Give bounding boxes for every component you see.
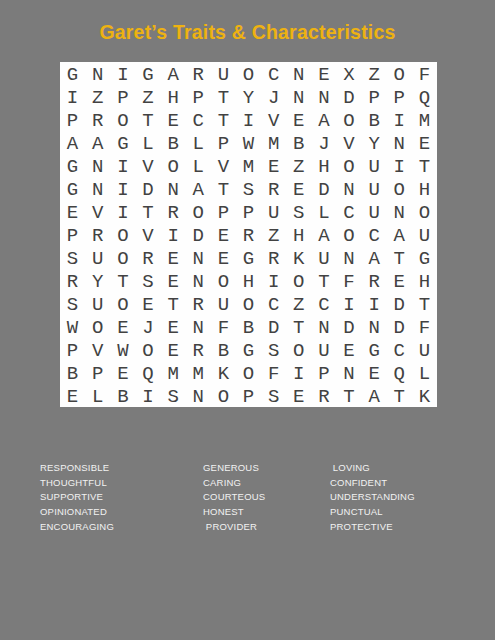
grid-cell-r14c6: M: [186, 361, 211, 384]
grid-cell-r10c12: F: [336, 269, 361, 292]
grid-cell-r2c1: I: [60, 85, 85, 108]
grid-cell-r12c13: N: [362, 315, 387, 338]
grid-cell-r15c11: R: [311, 384, 336, 407]
grid-cell-r12c6: N: [186, 315, 211, 338]
grid-cell-r1c6: R: [186, 62, 211, 85]
grid-cell-r11c11: C: [311, 292, 336, 315]
grid-cell-r13c12: E: [336, 338, 361, 361]
grid-cell-r12c5: E: [161, 315, 186, 338]
grid-cell-r10c4: S: [135, 269, 160, 292]
grid-cell-r12c8: B: [236, 315, 261, 338]
grid-cell-r14c9: F: [261, 361, 286, 384]
grid-cell-r11c13: I: [362, 292, 387, 315]
grid-cell-r5c10: Z: [286, 154, 311, 177]
grid-cell-r3c6: C: [186, 108, 211, 131]
grid-cell-r10c13: R: [362, 269, 387, 292]
grid-cell-r12c3: E: [110, 315, 135, 338]
grid-cell-r11c8: O: [236, 292, 261, 315]
grid-cell-r7c3: I: [110, 200, 135, 223]
word-item: LOVING: [330, 461, 415, 476]
grid-cell-r15c10: E: [286, 384, 311, 407]
grid-cell-r3c5: E: [161, 108, 186, 131]
grid-cell-r13c14: C: [387, 338, 412, 361]
grid-cell-r5c12: O: [336, 154, 361, 177]
grid-cell-r10c3: T: [110, 269, 135, 292]
grid-cell-r13c8: G: [236, 338, 261, 361]
grid-cell-r12c11: N: [311, 315, 336, 338]
grid-cell-r9c13: A: [362, 246, 387, 269]
grid-cell-r11c12: I: [336, 292, 361, 315]
grid-cell-r6c5: N: [161, 177, 186, 200]
grid-cell-r8c7: E: [211, 223, 236, 246]
grid-cell-r8c12: O: [336, 223, 361, 246]
grid-cell-r10c5: E: [161, 269, 186, 292]
grid-cell-r6c11: D: [311, 177, 336, 200]
grid-cell-r7c7: P: [211, 200, 236, 223]
grid-cell-r14c14: Q: [387, 361, 412, 384]
grid-cell-r1c10: N: [286, 62, 311, 85]
grid-cell-r2c6: P: [186, 85, 211, 108]
grid-cell-r7c13: U: [362, 200, 387, 223]
grid-cell-r9c7: E: [211, 246, 236, 269]
grid-cell-r8c1: P: [60, 223, 85, 246]
grid-cell-r10c1: R: [60, 269, 85, 292]
grid-cell-r15c12: T: [336, 384, 361, 407]
grid-cell-r13c2: V: [85, 338, 110, 361]
grid-cell-r3c12: O: [336, 108, 361, 131]
grid-cell-r10c7: O: [211, 269, 236, 292]
grid-cell-r4c8: W: [236, 131, 261, 154]
grid-cell-r4c6: L: [186, 131, 211, 154]
grid-cell-r3c8: I: [236, 108, 261, 131]
grid-cell-r15c7: O: [211, 384, 236, 407]
grid-cell-r12c10: T: [286, 315, 311, 338]
grid-cell-r8c13: C: [362, 223, 387, 246]
grid-cell-r6c15: H: [412, 177, 437, 200]
grid-cell-r6c12: N: [336, 177, 361, 200]
grid-cell-r8c3: O: [110, 223, 135, 246]
grid-cell-r15c6: N: [186, 384, 211, 407]
grid-cell-r11c4: E: [135, 292, 160, 315]
grid-cell-r5c8: M: [236, 154, 261, 177]
grid-cell-r6c14: O: [387, 177, 412, 200]
grid-cell-r3c15: M: [412, 108, 437, 131]
grid-cell-r15c2: L: [85, 384, 110, 407]
grid-cell-r1c13: Z: [362, 62, 387, 85]
grid-cell-r3c13: B: [362, 108, 387, 131]
grid-cell-r3c1: P: [60, 108, 85, 131]
puzzle-page: { "game": "word-search", "title": "Garet…: [0, 0, 495, 640]
grid-cell-r11c1: S: [60, 292, 85, 315]
grid-cell-r10c6: N: [186, 269, 211, 292]
grid-cell-r14c4: Q: [135, 361, 160, 384]
grid-cell-r4c9: M: [261, 131, 286, 154]
grid-cell-r4c3: G: [110, 131, 135, 154]
grid-cell-r10c14: E: [387, 269, 412, 292]
grid-cell-r13c6: R: [186, 338, 211, 361]
grid-cell-r5c14: I: [387, 154, 412, 177]
grid-cell-r3c7: T: [211, 108, 236, 131]
grid-cell-r12c4: J: [135, 315, 160, 338]
grid-cell-r2c4: Z: [135, 85, 160, 108]
grid-cell-r10c11: T: [311, 269, 336, 292]
grid-cell-r7c10: S: [286, 200, 311, 223]
grid-cell-r2c9: J: [261, 85, 286, 108]
grid-cell-r9c6: N: [186, 246, 211, 269]
grid-cell-r7c9: U: [261, 200, 286, 223]
grid-cell-r9c11: U: [311, 246, 336, 269]
grid-cell-r6c13: U: [362, 177, 387, 200]
grid-cell-r15c13: A: [362, 384, 387, 407]
grid-cell-r8c9: Z: [261, 223, 286, 246]
grid-cell-r4c7: P: [211, 131, 236, 154]
grid-cell-r12c1: W: [60, 315, 85, 338]
grid-cell-r4c10: B: [286, 131, 311, 154]
page-title: Garet’s Traits & Characteristics: [0, 21, 495, 44]
grid-cell-r4c11: J: [311, 131, 336, 154]
grid-cell-r14c15: L: [412, 361, 437, 384]
grid-cell-r11c9: C: [261, 292, 286, 315]
grid-cell-r1c12: X: [336, 62, 361, 85]
grid-cell-r9c9: R: [261, 246, 286, 269]
grid-cell-r2c12: D: [336, 85, 361, 108]
grid-cell-r9c10: K: [286, 246, 311, 269]
grid-cell-r4c1: A: [60, 131, 85, 154]
grid-cell-r3c10: E: [286, 108, 311, 131]
grid-cell-r9c8: G: [236, 246, 261, 269]
grid-cell-r13c15: U: [412, 338, 437, 361]
word-item: UNDERSTANDING: [330, 490, 415, 505]
grid-cell-r5c3: I: [110, 154, 135, 177]
grid-cell-r1c15: F: [412, 62, 437, 85]
grid-cell-r14c8: O: [236, 361, 261, 384]
grid-cell-r7c4: T: [135, 200, 160, 223]
grid-cell-r9c2: U: [85, 246, 110, 269]
word-list-column-3: LOVINGCONFIDENTUNDERSTANDINGPUNCTUALPROT…: [330, 461, 415, 535]
word-item: PUNCTUAL: [330, 505, 415, 520]
word-list-column-2: GENEROUSCARINGCOURTEOUSHONEST PROVIDER: [203, 461, 265, 535]
word-item: CONFIDENT: [330, 476, 415, 491]
grid-cell-r2c2: Z: [85, 85, 110, 108]
grid-cell-r2c11: N: [311, 85, 336, 108]
word-list: RESPONSIBLETHOUGHTFULSUPPORTIVEOPINIONAT…: [0, 461, 495, 551]
grid-cell-r14c13: E: [362, 361, 387, 384]
grid-cell-r3c11: A: [311, 108, 336, 131]
grid-cell-r13c7: B: [211, 338, 236, 361]
grid-cell-r14c11: P: [311, 361, 336, 384]
grid-cell-r14c3: E: [110, 361, 135, 384]
grid-cell-r11c5: T: [161, 292, 186, 315]
grid-cell-r14c10: I: [286, 361, 311, 384]
grid-cell-r2c15: Q: [412, 85, 437, 108]
grid-cell-r3c9: V: [261, 108, 286, 131]
grid-cell-r11c14: D: [387, 292, 412, 315]
grid-cell-r11c3: O: [110, 292, 135, 315]
grid-cell-r4c13: Y: [362, 131, 387, 154]
grid-cell-r6c2: N: [85, 177, 110, 200]
grid-cell-r1c3: I: [110, 62, 135, 85]
grid-cell-r15c14: T: [387, 384, 412, 407]
grid-cell-r6c8: S: [236, 177, 261, 200]
grid-cell-r11c10: Z: [286, 292, 311, 315]
grid-cell-r6c1: G: [60, 177, 85, 200]
grid-cell-r7c8: P: [236, 200, 261, 223]
grid-cell-r10c2: Y: [85, 269, 110, 292]
grid-cell-r9c3: O: [110, 246, 135, 269]
grid-cell-r1c5: A: [161, 62, 186, 85]
grid-cell-r5c5: O: [161, 154, 186, 177]
grid-cell-r5c6: L: [186, 154, 211, 177]
grid-cell-r6c4: D: [135, 177, 160, 200]
grid-cell-r8c14: A: [387, 223, 412, 246]
grid-cell-r10c10: O: [286, 269, 311, 292]
grid-cell-r4c2: A: [85, 131, 110, 154]
grid-cell-r12c14: D: [387, 315, 412, 338]
grid-cell-r10c15: H: [412, 269, 437, 292]
grid-cell-r8c15: U: [412, 223, 437, 246]
grid-cell-r10c8: H: [236, 269, 261, 292]
grid-cell-r9c1: S: [60, 246, 85, 269]
grid-cell-r6c6: A: [186, 177, 211, 200]
grid-cell-r1c11: E: [311, 62, 336, 85]
grid-cell-r12c2: O: [85, 315, 110, 338]
grid-cell-r5c15: T: [412, 154, 437, 177]
word-item: COURTEOUS: [203, 490, 265, 505]
word-search-grid: GNIGARUOCNEXZOFIZPZHPTYJNNDPPQPROTECTIVE…: [60, 62, 437, 407]
grid-cell-r9c14: T: [387, 246, 412, 269]
grid-cell-r12c7: F: [211, 315, 236, 338]
grid-cell-r11c7: U: [211, 292, 236, 315]
grid-cell-r7c12: C: [336, 200, 361, 223]
grid-cell-r9c5: E: [161, 246, 186, 269]
grid-cell-r3c14: I: [387, 108, 412, 131]
grid-cell-r2c3: P: [110, 85, 135, 108]
grid-cell-r14c1: B: [60, 361, 85, 384]
word-item: GENEROUS: [203, 461, 265, 476]
word-item: PROTECTIVE: [330, 520, 415, 535]
grid-cell-r7c14: N: [387, 200, 412, 223]
grid-cell-r12c9: D: [261, 315, 286, 338]
word-item: PROVIDER: [203, 520, 265, 535]
grid-cell-r8c6: D: [186, 223, 211, 246]
grid-cell-r6c3: I: [110, 177, 135, 200]
grid-cell-r8c10: H: [286, 223, 311, 246]
word-item: ENCOURAGING: [40, 520, 114, 535]
grid-cell-r15c3: B: [110, 384, 135, 407]
grid-cell-r6c10: E: [286, 177, 311, 200]
grid-cell-r8c11: A: [311, 223, 336, 246]
grid-cell-r1c4: G: [135, 62, 160, 85]
grid-cell-r7c15: O: [412, 200, 437, 223]
grid-cell-r4c5: B: [161, 131, 186, 154]
grid-cell-r12c15: F: [412, 315, 437, 338]
grid-cell-r11c6: R: [186, 292, 211, 315]
grid-cell-r8c2: R: [85, 223, 110, 246]
grid-cell-r5c9: E: [261, 154, 286, 177]
grid-cell-r15c5: S: [161, 384, 186, 407]
grid-cell-r4c14: N: [387, 131, 412, 154]
grid-cell-r12c12: D: [336, 315, 361, 338]
grid-cell-r13c13: G: [362, 338, 387, 361]
grid-cell-r11c2: U: [85, 292, 110, 315]
grid-cell-r5c7: V: [211, 154, 236, 177]
grid-cell-r13c3: W: [110, 338, 135, 361]
grid-cell-r3c3: O: [110, 108, 135, 131]
grid-cell-r6c7: T: [211, 177, 236, 200]
word-item: CARING: [203, 476, 265, 491]
grid-cell-r4c4: L: [135, 131, 160, 154]
word-list-column-1: RESPONSIBLETHOUGHTFULSUPPORTIVEOPINIONAT…: [40, 461, 114, 535]
word-item: THOUGHTFUL: [40, 476, 114, 491]
word-item: SUPPORTIVE: [40, 490, 114, 505]
grid-cell-r13c4: O: [135, 338, 160, 361]
grid-cell-r7c2: V: [85, 200, 110, 223]
grid-cell-r7c6: O: [186, 200, 211, 223]
grid-cell-r2c14: P: [387, 85, 412, 108]
grid-cell-r14c5: M: [161, 361, 186, 384]
grid-cell-r2c8: Y: [236, 85, 261, 108]
grid-cell-r15c9: S: [261, 384, 286, 407]
grid-cell-r13c5: E: [161, 338, 186, 361]
grid-cell-r5c4: V: [135, 154, 160, 177]
grid-cell-r15c4: I: [135, 384, 160, 407]
grid-cell-r4c15: E: [412, 131, 437, 154]
grid-cell-r5c1: G: [60, 154, 85, 177]
grid-cell-r1c2: N: [85, 62, 110, 85]
grid-cell-r15c8: P: [236, 384, 261, 407]
word-item: OPINIONATED: [40, 505, 114, 520]
grid-cell-r9c15: G: [412, 246, 437, 269]
grid-cell-r8c8: R: [236, 223, 261, 246]
grid-cell-r15c1: E: [60, 384, 85, 407]
grid-cell-r2c10: N: [286, 85, 311, 108]
grid-cell-r11c15: T: [412, 292, 437, 315]
grid-cell-r14c2: P: [85, 361, 110, 384]
grid-cell-r9c12: N: [336, 246, 361, 269]
grid-cell-r7c5: R: [161, 200, 186, 223]
grid-cell-r8c4: V: [135, 223, 160, 246]
grid-cell-r4c12: V: [336, 131, 361, 154]
grid-cell-r7c11: L: [311, 200, 336, 223]
grid-cell-r9c4: R: [135, 246, 160, 269]
word-item: HONEST: [203, 505, 265, 520]
grid-cell-r2c5: H: [161, 85, 186, 108]
grid-cell-r1c1: G: [60, 62, 85, 85]
grid-cell-r10c9: I: [261, 269, 286, 292]
grid-cell-r5c11: H: [311, 154, 336, 177]
grid-cell-r6c9: R: [261, 177, 286, 200]
grid-cell-r2c13: P: [362, 85, 387, 108]
grid-cell-r1c14: O: [387, 62, 412, 85]
grid-cell-r13c11: U: [311, 338, 336, 361]
grid-cell-r13c9: S: [261, 338, 286, 361]
grid-cell-r1c7: U: [211, 62, 236, 85]
grid-cell-r14c12: N: [336, 361, 361, 384]
word-item: RESPONSIBLE: [40, 461, 114, 476]
grid-cell-r1c9: C: [261, 62, 286, 85]
grid-cell-r8c5: I: [161, 223, 186, 246]
grid-cell-r1c8: O: [236, 62, 261, 85]
grid-cell-r5c2: N: [85, 154, 110, 177]
grid-cell-r5c13: U: [362, 154, 387, 177]
grid-cell-r3c2: R: [85, 108, 110, 131]
grid-cell-r14c7: K: [211, 361, 236, 384]
grid-cell-r3c4: T: [135, 108, 160, 131]
grid-cell-r13c1: P: [60, 338, 85, 361]
grid-cell-r13c10: O: [286, 338, 311, 361]
grid-cell-r7c1: E: [60, 200, 85, 223]
grid-cell-r2c7: T: [211, 85, 236, 108]
grid-cell-r15c15: K: [412, 384, 437, 407]
